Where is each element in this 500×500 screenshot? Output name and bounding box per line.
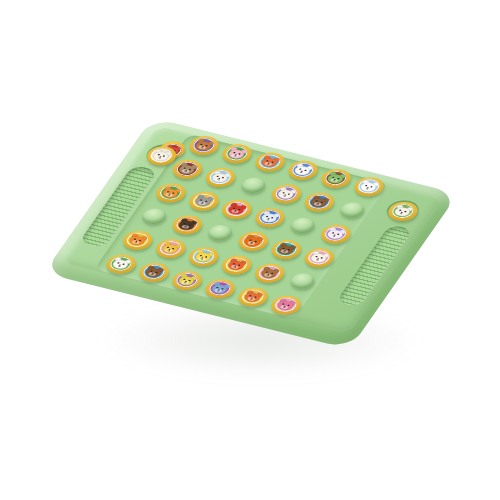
token-disc: [272, 296, 301, 314]
token-disc: [173, 271, 202, 289]
token-disc: [272, 185, 301, 203]
token-disc: [189, 247, 218, 265]
token-disc: [206, 168, 235, 186]
token-disc: [123, 231, 152, 249]
animal-face-icon: [107, 255, 136, 273]
token-disc: [173, 160, 202, 178]
token-puppy[interactable]: [383, 199, 422, 223]
animal-face-icon: [123, 231, 152, 249]
animal-face-icon: [156, 239, 185, 257]
token-disc: [206, 279, 235, 297]
token-disc: [222, 256, 251, 274]
animal-face-icon: [256, 153, 285, 171]
animal-face-icon: [255, 264, 284, 282]
animal-face-icon: [140, 263, 169, 281]
token-disc: [190, 136, 219, 154]
token-disc: [189, 192, 218, 210]
animal-face-icon: [147, 146, 176, 164]
token-disc: [239, 232, 268, 250]
animal-face-icon: [189, 247, 218, 265]
animal-face-icon: [354, 177, 383, 195]
token-disc: [156, 184, 185, 202]
animal-face-icon: [272, 185, 301, 203]
token-disc: [255, 208, 284, 226]
token-disc: [223, 144, 252, 162]
animal-face-icon: [272, 296, 301, 314]
animal-face-icon: [239, 288, 268, 306]
animal-face-icon: [388, 202, 417, 220]
animal-face-icon: [289, 161, 318, 179]
token-disc: [388, 202, 417, 220]
animal-face-icon: [239, 232, 268, 250]
animal-face-icon: [206, 168, 235, 186]
token-disc: [140, 263, 169, 281]
animal-face-icon: [206, 279, 235, 297]
token-disc: [272, 240, 301, 258]
animal-face-icon: [255, 208, 284, 226]
token-disc: [222, 200, 251, 218]
token-disc: [156, 239, 185, 257]
token-disc: [173, 215, 202, 233]
animal-face-icon: [222, 256, 251, 274]
animal-face-icon: [223, 144, 252, 162]
animal-face-icon: [189, 192, 218, 210]
token-disc: [321, 225, 350, 243]
animal-face-icon: [305, 248, 334, 266]
token-disc: [305, 193, 334, 211]
token-disc: [255, 264, 284, 282]
animal-face-icon: [321, 169, 350, 187]
animal-face-icon: [173, 160, 202, 178]
product-photo-canvas: [0, 0, 500, 500]
animal-face-icon: [321, 225, 350, 243]
token-disc: [289, 161, 318, 179]
animal-face-icon: [156, 184, 185, 202]
board-face: [62, 126, 444, 334]
token-disc: [239, 288, 268, 306]
token-disc: [107, 255, 136, 273]
token-disc: [354, 177, 383, 195]
animal-face-icon: [222, 200, 251, 218]
token-disc: [305, 248, 334, 266]
animal-face-icon: [272, 240, 301, 258]
animal-face-icon: [173, 271, 202, 289]
animal-face-icon: [173, 215, 202, 233]
animal-face-icon: [190, 136, 219, 154]
token-disc: [256, 153, 285, 171]
token-disc: [147, 146, 176, 164]
animal-face-icon: [305, 193, 334, 211]
token-disc: [321, 169, 350, 187]
